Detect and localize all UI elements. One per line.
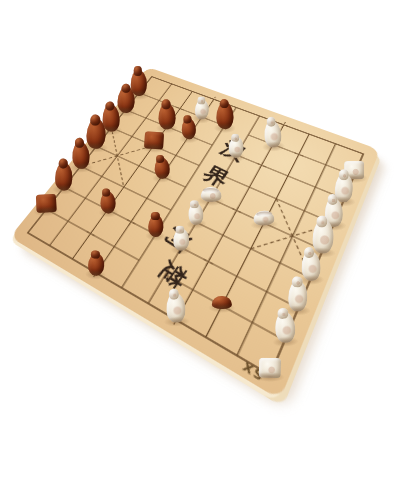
piece-white-soldier[interactable] (188, 203, 204, 226)
piece-white-cannon[interactable] (253, 210, 275, 226)
piece-red-cannon[interactable] (159, 103, 176, 130)
pieces-layer (0, 0, 400, 480)
piece-white-horse[interactable] (166, 292, 186, 323)
piece-white-soldier[interactable] (194, 99, 209, 120)
piece-white-general[interactable] (312, 219, 334, 254)
piece-white-chariot[interactable] (259, 358, 282, 378)
piece-red-cannon[interactable] (212, 295, 232, 308)
piece-white-elephant[interactable] (274, 312, 295, 344)
piece-white-soldier[interactable] (229, 136, 245, 158)
piece-red-horse[interactable] (216, 102, 233, 129)
piece-red-soldier[interactable] (88, 253, 105, 276)
piece-white-soldier[interactable] (264, 120, 283, 148)
piece-white-cannon[interactable] (200, 186, 221, 202)
piece-red-soldier[interactable] (147, 215, 163, 238)
piece-red-soldier[interactable] (154, 158, 170, 180)
piece-red-elephant[interactable] (116, 86, 134, 113)
piece-white-soldier[interactable] (173, 228, 189, 251)
piece-red-chariot[interactable] (143, 131, 163, 149)
piece-red-soldier[interactable] (100, 191, 116, 213)
product-photo: 汉 界 河 楚 SX (0, 0, 400, 480)
piece-red-chariot[interactable] (36, 194, 56, 213)
